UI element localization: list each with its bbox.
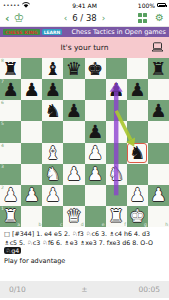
black-king-e8[interactable]: ♚ (87, 60, 103, 78)
rank-label-5: 5 (1, 121, 4, 126)
white-pawn-e3[interactable]: ♟ (87, 165, 103, 183)
square-f8[interactable] (106, 58, 127, 79)
square-c4[interactable]: ♝ (42, 143, 63, 164)
square-d8[interactable]: ♛ (63, 58, 84, 79)
puzzle-grid-button[interactable] (138, 13, 148, 23)
square-f6[interactable] (106, 100, 127, 121)
black-pawn-b7[interactable]: ♟ (24, 81, 40, 99)
turn-message: It's your turn (5, 43, 164, 52)
square-h2[interactable]: ♟ (148, 185, 169, 206)
white-rook-a1[interactable]: ♜ (2, 207, 18, 225)
square-b8[interactable] (21, 58, 42, 79)
square-d7[interactable] (63, 79, 84, 100)
file-label-c: c (60, 222, 62, 227)
chess-king-logo-icon[interactable]: ♔ (14, 12, 25, 24)
square-h8[interactable]: ♜ (148, 58, 169, 79)
square-g7[interactable]: ♟ (127, 79, 148, 100)
black-bishop-c8[interactable]: ♝ (45, 60, 61, 78)
square-e1[interactable]: e (85, 206, 106, 227)
square-b1[interactable]: b (21, 206, 42, 227)
square-c5[interactable] (42, 121, 63, 142)
square-f5[interactable] (106, 121, 127, 142)
square-h4[interactable] (148, 143, 169, 164)
square-d1[interactable]: d♛ (63, 206, 84, 227)
square-c2[interactable]: ♟ (42, 185, 63, 206)
signal-dots-icon: ••••• (3, 2, 20, 8)
square-h6[interactable]: ♟ (148, 100, 169, 121)
white-pawn-b2[interactable]: ♟ (24, 186, 40, 204)
square-a5[interactable]: 5 (0, 121, 21, 142)
move-list[interactable]: □ [#344] 1. e4 e5 2. ♘f3 ♘c6 3. ♗c4 h6 4… (4, 230, 165, 256)
square-b2[interactable]: ♟ (21, 185, 42, 206)
nav-bar: ‹ ♔ ‹ 6 / 38 › ⚙ (0, 10, 169, 27)
rank-label-4: 4 (1, 143, 4, 148)
white-rook-f1[interactable]: ♜ (108, 207, 124, 225)
file-label-b: b (38, 222, 41, 227)
black-pawn-g7[interactable]: ♟ (129, 81, 145, 99)
square-f2[interactable] (106, 185, 127, 206)
black-pawn-d6[interactable]: ♟ (66, 102, 82, 120)
rank-label-6: 6 (1, 100, 4, 105)
square-f4[interactable] (106, 143, 127, 164)
black-pawn-h6[interactable]: ♟ (150, 102, 166, 120)
white-pawn-e4[interactable]: ♟ (87, 144, 103, 162)
square-a2[interactable]: 2♟ (0, 185, 21, 206)
turn-banner: It's your turn (0, 37, 169, 58)
battery-icon (157, 3, 166, 7)
timer: 00:05 (120, 285, 160, 294)
square-e7[interactable] (85, 79, 106, 100)
black-rook-h8[interactable]: ♜ (150, 60, 166, 78)
square-h1[interactable]: h (148, 206, 169, 227)
wifi-icon (22, 2, 30, 8)
square-a8[interactable]: 8♜ (0, 58, 21, 79)
square-c3[interactable]: ♞ (42, 164, 63, 185)
square-d2[interactable] (63, 185, 84, 206)
square-f3[interactable]: ♞ (106, 164, 127, 185)
chess-king-brand: CHESS KING (3, 29, 40, 35)
square-g3[interactable] (127, 164, 148, 185)
square-c8[interactable]: ♝ (42, 58, 63, 79)
square-c7[interactable]: ♟ (42, 79, 63, 100)
rank-label-3: 3 (1, 164, 4, 169)
square-c1[interactable]: c (42, 206, 63, 227)
moves-panel: □ [#344] 1. e4 e5 2. ♘f3 ♘c6 3. ♗c4 h6 4… (0, 227, 169, 281)
square-e2[interactable] (85, 185, 106, 206)
square-e6[interactable] (85, 100, 106, 121)
square-b3[interactable] (21, 164, 42, 185)
square-g6[interactable] (127, 100, 148, 121)
square-h5[interactable] (148, 121, 169, 142)
course-header: CHESS KING LEARN Chess Tactics in Open g… (0, 27, 169, 37)
learn-badge: LEARN (42, 29, 63, 35)
square-a6[interactable]: 6 (0, 100, 21, 121)
square-f1[interactable]: f♜ (106, 206, 127, 227)
next-puzzle-button[interactable]: › (102, 14, 106, 23)
to-move-symbol: □ (4, 230, 10, 237)
white-knight-c3[interactable]: ♞ (45, 165, 61, 183)
square-c6[interactable]: ♞ (42, 100, 63, 121)
square-a7[interactable]: 7♟ (0, 79, 21, 100)
battery-percent: 100% (138, 2, 155, 9)
square-h7[interactable] (148, 79, 169, 100)
square-e4[interactable]: ♟ (85, 143, 106, 164)
task-instruction: Play for advantage (4, 257, 165, 266)
back-button[interactable]: ‹ (5, 13, 10, 24)
last-move-token[interactable]: ♘g4 (4, 247, 21, 254)
prev-puzzle-button[interactable]: ‹ (64, 14, 68, 23)
black-pawn-c7[interactable]: ♟ (45, 81, 61, 99)
square-g1[interactable]: g♚ (127, 206, 148, 227)
last-move-highlight (127, 143, 147, 163)
white-bishop-c4[interactable]: ♝ (45, 144, 61, 162)
white-pawn-h2[interactable]: ♟ (150, 186, 166, 204)
eval-symbol: ± (49, 285, 120, 294)
square-g5[interactable] (127, 121, 148, 142)
square-a3[interactable]: 3 (0, 164, 21, 185)
square-a4[interactable]: 4 (0, 143, 21, 164)
chessboard: 8♜♝♛♚♜7♟♟♟♟♟6♞♟♟5♟4♝♟♞3♞♟♟♞2♟♟♟♟♟1a♜bcd♛… (0, 58, 169, 227)
square-b5[interactable] (21, 121, 42, 142)
white-pawn-d3[interactable]: ♟ (66, 165, 82, 183)
white-king-g1[interactable]: ♚ (129, 207, 145, 225)
puzzle-counter: 6 / 38 (72, 13, 97, 23)
square-e3[interactable]: ♟ (85, 164, 106, 185)
square-d3[interactable]: ♟ (63, 164, 84, 185)
file-label-e: e (102, 222, 105, 227)
clock: 9:41 AM (53, 2, 116, 9)
file-label-f: f (124, 222, 126, 227)
square-d6[interactable]: ♟ (63, 100, 84, 121)
black-pawn-a7[interactable]: ♟ (2, 81, 18, 99)
square-f7[interactable]: ♟ (106, 79, 127, 100)
square-e8[interactable]: ♚ (85, 58, 106, 79)
course-title: Chess Tactics in Open games (64, 28, 166, 36)
black-knight-c6[interactable]: ♞ (45, 102, 61, 120)
square-b7[interactable]: ♟ (21, 79, 42, 100)
file-label-h: h (165, 222, 168, 227)
white-pawn-a2[interactable]: ♟ (2, 186, 18, 204)
square-g8[interactable] (127, 58, 148, 79)
computer-icon[interactable] (151, 42, 164, 53)
square-b4[interactable] (21, 143, 42, 164)
black-queen-d8[interactable]: ♛ (66, 60, 82, 78)
square-g2[interactable]: ♟ (127, 185, 148, 206)
white-pawn-c2[interactable]: ♟ (45, 186, 61, 204)
score-counter: 0/10 (9, 285, 49, 294)
carrier-signal: ••••• (3, 2, 53, 8)
square-a1[interactable]: 1a♜ (0, 206, 21, 227)
bottom-status-bar: 0/10 ± 00:05 (0, 281, 169, 298)
white-pawn-g2[interactable]: ♟ (129, 186, 145, 204)
black-rook-a8[interactable]: ♜ (2, 60, 18, 78)
square-b6[interactable] (21, 100, 42, 121)
status-bar: ••••• 9:41 AM 100% (0, 0, 169, 10)
square-d5[interactable] (63, 121, 84, 142)
black-pawn-e5[interactable]: ♟ (87, 123, 103, 141)
white-knight-f3[interactable]: ♞ (108, 165, 124, 183)
square-e5[interactable]: ♟ (85, 121, 106, 142)
settings-gear-button[interactable]: ⚙ (155, 13, 164, 23)
white-queen-d1[interactable]: ♛ (66, 207, 82, 225)
puzzle-id: [#344] (12, 230, 34, 237)
black-pawn-f7[interactable]: ♟ (108, 81, 124, 99)
app-window: ••••• 9:41 AM 100% ‹ ♔ ‹ 6 / 38 › ⚙ CHE (0, 0, 169, 300)
square-d4[interactable] (63, 143, 84, 164)
square-h3[interactable] (148, 164, 169, 185)
